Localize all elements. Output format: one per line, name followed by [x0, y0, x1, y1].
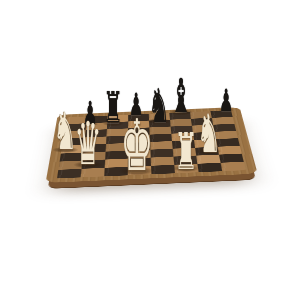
piece-black-bishop[interactable]: ♝ — [170, 73, 192, 120]
board-square[interactable] — [151, 165, 175, 175]
piece-white-rook[interactable]: ♜ — [174, 126, 197, 177]
product-photo-stage: ♟♝♟♟♜♞♞♞♛♚♜ — [0, 0, 300, 300]
board-square[interactable] — [221, 162, 246, 171]
piece-white-queen[interactable]: ♛ — [75, 115, 102, 174]
board-square[interactable] — [219, 154, 244, 163]
board-square[interactable] — [150, 149, 173, 158]
pieces-layer: ♟♝♟♟♜♞♞♞♛♚♜ — [0, 0, 300, 300]
piece-white-king[interactable]: ♚ — [121, 111, 154, 182]
piece-white-knight[interactable]: ♞ — [196, 107, 220, 160]
